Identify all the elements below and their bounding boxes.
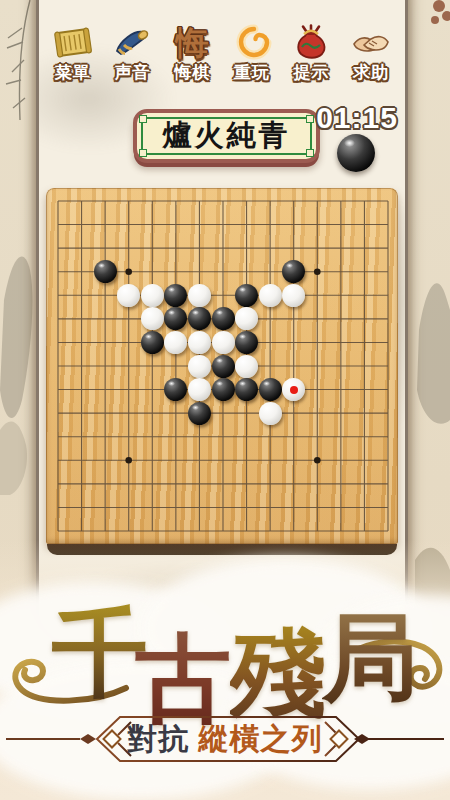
black-stone-7-7	[212, 355, 235, 378]
hint-label: 提示	[282, 61, 340, 84]
sound-button[interactable]: 声音	[103, 21, 161, 84]
black-stone-7-8	[212, 378, 235, 401]
diamond-ornament-left	[102, 729, 122, 749]
black-stone-8-8	[235, 378, 258, 401]
undo-label: 悔棋	[163, 61, 221, 84]
white-stone-9-4	[259, 284, 282, 307]
hui-character-icon: 悔	[163, 21, 221, 61]
black-stone-5-5	[164, 307, 187, 330]
scroll-icon	[44, 21, 102, 61]
white-stone-4-5	[141, 307, 164, 330]
black-stone-8-6	[235, 331, 258, 354]
black-stone-10-3	[282, 260, 305, 283]
black-stone-8-4	[235, 284, 258, 307]
menu-label: 菜單	[44, 61, 102, 84]
black-stone-5-8	[164, 378, 187, 401]
white-stone-3-4	[117, 284, 140, 307]
white-stone-8-5	[235, 307, 258, 330]
handshake-icon	[342, 21, 400, 61]
sound-label: 声音	[103, 61, 161, 84]
rank-title-banner: 爐火純青	[133, 109, 320, 163]
white-stone-4-4	[141, 284, 164, 307]
toolbar: 菜單 声音 悔 悔棋	[43, 21, 401, 84]
rank-title-text: 爐火純青	[163, 116, 291, 156]
white-stone-10-4	[282, 284, 305, 307]
last-move-marker	[290, 386, 298, 394]
black-stone-4-6	[141, 331, 164, 354]
white-stone-6-4	[188, 284, 211, 307]
black-stone-6-5	[188, 307, 211, 330]
white-stone-6-6	[188, 331, 211, 354]
menu-button[interactable]: 菜單	[44, 21, 102, 84]
white-stone-6-7	[188, 355, 211, 378]
white-stone-7-6	[212, 331, 235, 354]
white-stone-10-8	[282, 378, 305, 401]
replay-button[interactable]: 重玩	[223, 21, 281, 84]
black-stone-5-4	[164, 284, 187, 307]
black-stone-6-9	[188, 402, 211, 425]
subtitle-ribbon: 對抗 縱橫之列	[0, 710, 450, 768]
turn-indicator-black-stone	[337, 134, 375, 172]
horn-icon	[103, 21, 161, 61]
gomoku-board[interactable]	[46, 188, 398, 544]
diamond-ornament-right	[329, 729, 349, 749]
black-stone-7-5	[212, 307, 235, 330]
black-stone-9-8	[259, 378, 282, 401]
red-pouch-icon	[282, 21, 340, 61]
replay-label: 重玩	[223, 61, 281, 84]
undo-button[interactable]: 悔 悔棋	[163, 21, 221, 84]
replay-swirl-icon	[223, 21, 281, 61]
black-stone-2-3	[94, 260, 117, 283]
stones-layer	[58, 201, 388, 531]
title-char-4: 局	[322, 609, 418, 709]
footer-section: 千 古 殘 局 對抗 縱橫之列	[0, 540, 450, 800]
help-button[interactable]: 求助	[342, 21, 400, 84]
help-label: 求助	[342, 61, 400, 84]
timer: 01:15	[311, 101, 403, 135]
white-stone-5-6	[164, 331, 187, 354]
subtitle-dark-text: 對抗	[128, 719, 190, 760]
subtitle-orange-text: 縱橫之列	[199, 719, 323, 760]
white-stone-8-7	[235, 355, 258, 378]
hint-button[interactable]: 提示	[282, 21, 340, 84]
white-stone-9-9	[259, 402, 282, 425]
title-char-3: 殘	[230, 624, 326, 724]
title-char-1: 千	[52, 604, 148, 704]
white-stone-6-8	[188, 378, 211, 401]
